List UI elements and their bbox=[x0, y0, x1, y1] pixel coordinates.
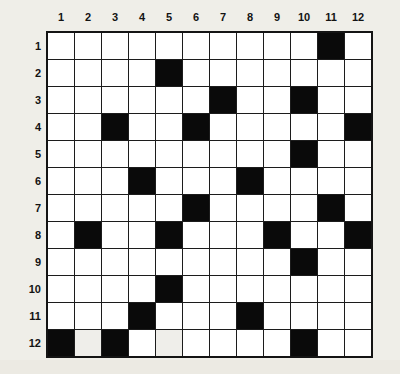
white-cell-r4c10[interactable] bbox=[291, 114, 317, 140]
white-cell-r3c5[interactable] bbox=[156, 87, 182, 113]
white-cell-r12c8[interactable] bbox=[237, 330, 263, 356]
black-cell-r12c10[interactable] bbox=[291, 330, 317, 356]
white-cell-r3c11[interactable] bbox=[318, 87, 344, 113]
white-cell-r5c11[interactable] bbox=[318, 141, 344, 167]
white-cell-r10c6[interactable] bbox=[183, 276, 209, 302]
white-cell-r1c4[interactable] bbox=[129, 33, 155, 59]
white-cell-r11c11[interactable] bbox=[318, 303, 344, 329]
white-cell-r9c2[interactable] bbox=[75, 249, 101, 275]
column-label-6: 6 bbox=[183, 7, 209, 27]
white-cell-r4c2[interactable] bbox=[75, 114, 101, 140]
row-label-11: 11 bbox=[0, 303, 41, 329]
row-label-8: 8 bbox=[0, 222, 41, 248]
white-cell-r10c7[interactable] bbox=[210, 276, 236, 302]
black-cell-r4c3[interactable] bbox=[102, 114, 128, 140]
black-cell-r3c7[interactable] bbox=[210, 87, 236, 113]
white-cell-r7c12[interactable] bbox=[345, 195, 371, 221]
white-cell-r2c11[interactable] bbox=[318, 60, 344, 86]
white-cell-r9c7[interactable] bbox=[210, 249, 236, 275]
white-cell-r11c5[interactable] bbox=[156, 303, 182, 329]
column-label-8: 8 bbox=[237, 7, 263, 27]
black-cell-r1c11[interactable] bbox=[318, 33, 344, 59]
black-cell-r12c3[interactable] bbox=[102, 330, 128, 356]
black-cell-r5c10[interactable] bbox=[291, 141, 317, 167]
white-cell-r5c7[interactable] bbox=[210, 141, 236, 167]
white-cell-r2c4[interactable] bbox=[129, 60, 155, 86]
white-cell-r4c1[interactable] bbox=[48, 114, 74, 140]
white-cell-r4c11[interactable] bbox=[318, 114, 344, 140]
white-cell-r6c5[interactable] bbox=[156, 168, 182, 194]
black-cell-r3c10[interactable] bbox=[291, 87, 317, 113]
black-cell-r8c12[interactable] bbox=[345, 222, 371, 248]
white-cell-r8c7[interactable] bbox=[210, 222, 236, 248]
row-label-12: 12 bbox=[0, 330, 41, 356]
row-label-7: 7 bbox=[0, 195, 41, 221]
black-cell-r11c4[interactable] bbox=[129, 303, 155, 329]
white-cell-r2c12[interactable] bbox=[345, 60, 371, 86]
column-label-5: 5 bbox=[156, 7, 182, 27]
white-cell-r1c7[interactable] bbox=[210, 33, 236, 59]
white-cell-r5c3[interactable] bbox=[102, 141, 128, 167]
white-cell-r11c7[interactable] bbox=[210, 303, 236, 329]
white-cell-r11c2[interactable] bbox=[75, 303, 101, 329]
white-cell-r7c4[interactable] bbox=[129, 195, 155, 221]
white-cell-r4c8[interactable] bbox=[237, 114, 263, 140]
white-cell-r12c7[interactable] bbox=[210, 330, 236, 356]
white-cell-r4c9[interactable] bbox=[264, 114, 290, 140]
white-cell-r7c3[interactable] bbox=[102, 195, 128, 221]
white-cell-r11c6[interactable] bbox=[183, 303, 209, 329]
column-label-7: 7 bbox=[210, 7, 236, 27]
white-cell-r10c9[interactable] bbox=[264, 276, 290, 302]
column-label-11: 11 bbox=[318, 7, 344, 27]
white-cell-r5c8[interactable] bbox=[237, 141, 263, 167]
row-label-3: 3 bbox=[0, 87, 41, 113]
white-cell-r9c6[interactable] bbox=[183, 249, 209, 275]
white-cell-r8c11[interactable] bbox=[318, 222, 344, 248]
row-label-5: 5 bbox=[0, 141, 41, 167]
white-cell-r7c5[interactable] bbox=[156, 195, 182, 221]
white-cell-r9c8[interactable] bbox=[237, 249, 263, 275]
white-cell-r2c1[interactable] bbox=[48, 60, 74, 86]
white-cell-r1c5[interactable] bbox=[156, 33, 182, 59]
white-cell-r9c11[interactable] bbox=[318, 249, 344, 275]
white-cell-r10c8[interactable] bbox=[237, 276, 263, 302]
white-cell-r12c11[interactable] bbox=[318, 330, 344, 356]
black-cell-r12c1[interactable] bbox=[48, 330, 74, 356]
white-cell-r3c1[interactable] bbox=[48, 87, 74, 113]
column-label-9: 9 bbox=[264, 7, 290, 27]
white-cell-r7c1[interactable] bbox=[48, 195, 74, 221]
black-cell-r7c11[interactable] bbox=[318, 195, 344, 221]
row-label-10: 10 bbox=[0, 276, 41, 302]
white-cell-r2c10[interactable] bbox=[291, 60, 317, 86]
row-label-6: 6 bbox=[0, 168, 41, 194]
column-labels: 123456789101112 bbox=[48, 7, 371, 27]
white-cell-r9c1[interactable] bbox=[48, 249, 74, 275]
white-cell-r2c9[interactable] bbox=[264, 60, 290, 86]
column-label-12: 12 bbox=[345, 7, 371, 27]
white-cell-r11c3[interactable] bbox=[102, 303, 128, 329]
white-cell-r12c6[interactable] bbox=[183, 330, 209, 356]
white-cell-r4c4[interactable] bbox=[129, 114, 155, 140]
white-cell-r3c12[interactable] bbox=[345, 87, 371, 113]
black-cell-r6c4[interactable] bbox=[129, 168, 155, 194]
white-cell-r7c7[interactable] bbox=[210, 195, 236, 221]
black-cell-r9c10[interactable] bbox=[291, 249, 317, 275]
white-cell-r3c3[interactable] bbox=[102, 87, 128, 113]
white-cell-r5c1[interactable] bbox=[48, 141, 74, 167]
white-cell-r10c4[interactable] bbox=[129, 276, 155, 302]
white-cell-r11c1[interactable] bbox=[48, 303, 74, 329]
white-cell-r12c2[interactable] bbox=[75, 330, 101, 356]
row-label-1: 1 bbox=[0, 33, 41, 59]
row-labels: 123456789101112 bbox=[0, 33, 41, 356]
white-cell-r3c6[interactable] bbox=[183, 87, 209, 113]
white-cell-r5c5[interactable] bbox=[156, 141, 182, 167]
black-cell-r8c9[interactable] bbox=[264, 222, 290, 248]
white-cell-r5c6[interactable] bbox=[183, 141, 209, 167]
column-label-2: 2 bbox=[75, 7, 101, 27]
black-cell-r2c5[interactable] bbox=[156, 60, 182, 86]
white-cell-r10c11[interactable] bbox=[318, 276, 344, 302]
black-cell-r6c8[interactable] bbox=[237, 168, 263, 194]
white-cell-r8c1[interactable] bbox=[48, 222, 74, 248]
white-cell-r10c12[interactable] bbox=[345, 276, 371, 302]
black-cell-r7c6[interactable] bbox=[183, 195, 209, 221]
white-cell-r12c4[interactable] bbox=[129, 330, 155, 356]
white-cell-r9c12[interactable] bbox=[345, 249, 371, 275]
white-cell-r6c10[interactable] bbox=[291, 168, 317, 194]
white-cell-r2c7[interactable] bbox=[210, 60, 236, 86]
white-cell-r6c7[interactable] bbox=[210, 168, 236, 194]
white-cell-r9c4[interactable] bbox=[129, 249, 155, 275]
white-cell-r2c3[interactable] bbox=[102, 60, 128, 86]
white-cell-r3c4[interactable] bbox=[129, 87, 155, 113]
white-cell-r2c2[interactable] bbox=[75, 60, 101, 86]
white-cell-r1c12[interactable] bbox=[345, 33, 371, 59]
black-cell-r4c6[interactable] bbox=[183, 114, 209, 140]
white-cell-r8c3[interactable] bbox=[102, 222, 128, 248]
white-cell-r6c9[interactable] bbox=[264, 168, 290, 194]
white-cell-r2c6[interactable] bbox=[183, 60, 209, 86]
white-cell-r7c9[interactable] bbox=[264, 195, 290, 221]
white-cell-r1c6[interactable] bbox=[183, 33, 209, 59]
white-cell-r4c5[interactable] bbox=[156, 114, 182, 140]
white-cell-r1c2[interactable] bbox=[75, 33, 101, 59]
white-cell-r1c1[interactable] bbox=[48, 33, 74, 59]
white-cell-r5c2[interactable] bbox=[75, 141, 101, 167]
white-cell-r6c12[interactable] bbox=[345, 168, 371, 194]
white-cell-r7c10[interactable] bbox=[291, 195, 317, 221]
white-cell-r6c1[interactable] bbox=[48, 168, 74, 194]
white-cell-r11c10[interactable] bbox=[291, 303, 317, 329]
white-cell-r6c3[interactable] bbox=[102, 168, 128, 194]
white-cell-r8c10[interactable] bbox=[291, 222, 317, 248]
white-cell-r10c1[interactable] bbox=[48, 276, 74, 302]
black-cell-r4c12[interactable] bbox=[345, 114, 371, 140]
black-cell-r11c8[interactable] bbox=[237, 303, 263, 329]
white-cell-r8c4[interactable] bbox=[129, 222, 155, 248]
white-cell-r8c8[interactable] bbox=[237, 222, 263, 248]
scanned-puzzle-page: 123456789101112 123456789101112 bbox=[0, 0, 400, 374]
white-cell-r12c5[interactable] bbox=[156, 330, 182, 356]
white-cell-r6c11[interactable] bbox=[318, 168, 344, 194]
white-cell-r1c3[interactable] bbox=[102, 33, 128, 59]
white-cell-r11c9[interactable] bbox=[264, 303, 290, 329]
white-cell-r7c8[interactable] bbox=[237, 195, 263, 221]
column-label-1: 1 bbox=[48, 7, 74, 27]
white-cell-r2c8[interactable] bbox=[237, 60, 263, 86]
column-label-3: 3 bbox=[102, 7, 128, 27]
white-cell-r12c9[interactable] bbox=[264, 330, 290, 356]
white-cell-r9c5[interactable] bbox=[156, 249, 182, 275]
white-cell-r5c4[interactable] bbox=[129, 141, 155, 167]
white-cell-r5c12[interactable] bbox=[345, 141, 371, 167]
white-cell-r9c3[interactable] bbox=[102, 249, 128, 275]
white-cell-r1c8[interactable] bbox=[237, 33, 263, 59]
white-cell-r11c12[interactable] bbox=[345, 303, 371, 329]
row-label-4: 4 bbox=[0, 114, 41, 140]
white-cell-r1c9[interactable] bbox=[264, 33, 290, 59]
black-cell-r10c5[interactable] bbox=[156, 276, 182, 302]
column-label-10: 10 bbox=[291, 7, 317, 27]
white-cell-r8c6[interactable] bbox=[183, 222, 209, 248]
column-label-4: 4 bbox=[129, 7, 155, 27]
row-label-9: 9 bbox=[0, 249, 41, 275]
white-cell-r3c8[interactable] bbox=[237, 87, 263, 113]
white-cell-r6c2[interactable] bbox=[75, 168, 101, 194]
white-cell-r3c2[interactable] bbox=[75, 87, 101, 113]
white-cell-r7c2[interactable] bbox=[75, 195, 101, 221]
white-cell-r10c3[interactable] bbox=[102, 276, 128, 302]
white-cell-r6c6[interactable] bbox=[183, 168, 209, 194]
white-cell-r4c7[interactable] bbox=[210, 114, 236, 140]
white-cell-r12c12[interactable] bbox=[345, 330, 371, 356]
puzzle-grid bbox=[46, 31, 373, 358]
row-label-2: 2 bbox=[0, 60, 41, 86]
black-cell-r8c5[interactable] bbox=[156, 222, 182, 248]
white-cell-r10c2[interactable] bbox=[75, 276, 101, 302]
white-cell-r5c9[interactable] bbox=[264, 141, 290, 167]
white-cell-r3c9[interactable] bbox=[264, 87, 290, 113]
black-cell-r8c2[interactable] bbox=[75, 222, 101, 248]
white-cell-r1c10[interactable] bbox=[291, 33, 317, 59]
white-cell-r9c9[interactable] bbox=[264, 249, 290, 275]
white-cell-r10c10[interactable] bbox=[291, 276, 317, 302]
